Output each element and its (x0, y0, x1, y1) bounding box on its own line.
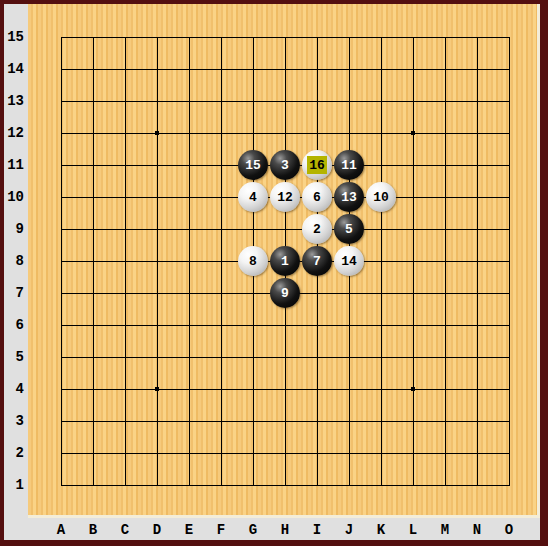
star-point-D12 (155, 131, 159, 135)
move-number: 7 (313, 254, 321, 269)
stone-black-5-J9: 5 (334, 214, 364, 244)
row-label-8: 8 (4, 253, 24, 269)
move-number: 11 (341, 158, 357, 173)
column-label-N: N (467, 521, 487, 539)
move-number: 14 (341, 254, 357, 269)
row-label-12: 12 (4, 125, 24, 141)
column-label-I: I (307, 521, 327, 539)
move-number: 6 (313, 190, 321, 205)
move-number: 8 (249, 254, 257, 269)
move-number: 1 (281, 254, 289, 269)
stone-white-6-I10: 6 (302, 182, 332, 212)
stone-black-11-J11: 11 (334, 150, 364, 180)
stone-white-10-K10: 10 (366, 182, 396, 212)
star-point-L12 (411, 131, 415, 135)
stone-black-15-G11: 15 (238, 150, 268, 180)
move-number: 2 (313, 222, 321, 237)
row-label-7: 7 (4, 285, 24, 301)
row-label-1: 1 (4, 477, 24, 493)
move-number: 10 (373, 190, 389, 205)
star-point-L4 (411, 387, 415, 391)
move-number: 13 (341, 190, 357, 205)
column-label-G: G (243, 521, 263, 539)
column-label-L: L (403, 521, 423, 539)
row-label-15: 15 (4, 29, 24, 45)
row-label-5: 5 (4, 349, 24, 365)
column-label-J: J (339, 521, 359, 539)
star-point-D4 (155, 387, 159, 391)
stone-black-3-H11: 3 (270, 150, 300, 180)
board-diagram: 151413121110987654321 ABCDEFGHIJKLMNO 12… (4, 4, 540, 540)
column-label-H: H (275, 521, 295, 539)
row-label-11: 11 (4, 157, 24, 173)
move-number: 12 (277, 190, 293, 205)
row-label-2: 2 (4, 445, 24, 461)
column-label-B: B (83, 521, 103, 539)
column-label-A: A (51, 521, 71, 539)
stone-white-2-I9: 2 (302, 214, 332, 244)
column-label-M: M (435, 521, 455, 539)
row-label-14: 14 (4, 61, 24, 77)
row-label-13: 13 (4, 93, 24, 109)
move-number: 4 (249, 190, 257, 205)
stone-white-12-H10: 12 (270, 182, 300, 212)
move-number: 9 (281, 286, 289, 301)
stone-white-14-J8: 14 (334, 246, 364, 276)
stone-white-4-G10: 4 (238, 182, 268, 212)
column-label-D: D (147, 521, 167, 539)
move-number: 5 (345, 222, 353, 237)
column-label-E: E (179, 521, 199, 539)
last-move-highlight: 16 (307, 156, 327, 174)
column-label-F: F (211, 521, 231, 539)
column-label-C: C (115, 521, 135, 539)
stone-black-7-I8: 7 (302, 246, 332, 276)
stone-white-16-I11: 16 (302, 150, 332, 180)
row-label-3: 3 (4, 413, 24, 429)
row-label-6: 6 (4, 317, 24, 333)
column-label-K: K (371, 521, 391, 539)
row-label-4: 4 (4, 381, 24, 397)
row-label-10: 10 (4, 189, 24, 205)
stone-black-9-H7: 9 (270, 278, 300, 308)
stone-black-13-J10: 13 (334, 182, 364, 212)
stone-black-1-H8: 1 (270, 246, 300, 276)
go-board[interactable]: 12345678910111213141516 (28, 4, 540, 518)
move-number: 15 (245, 158, 261, 173)
row-label-9: 9 (4, 221, 24, 237)
column-label-O: O (499, 521, 519, 539)
stone-white-8-G8: 8 (238, 246, 268, 276)
move-number: 3 (281, 158, 289, 173)
